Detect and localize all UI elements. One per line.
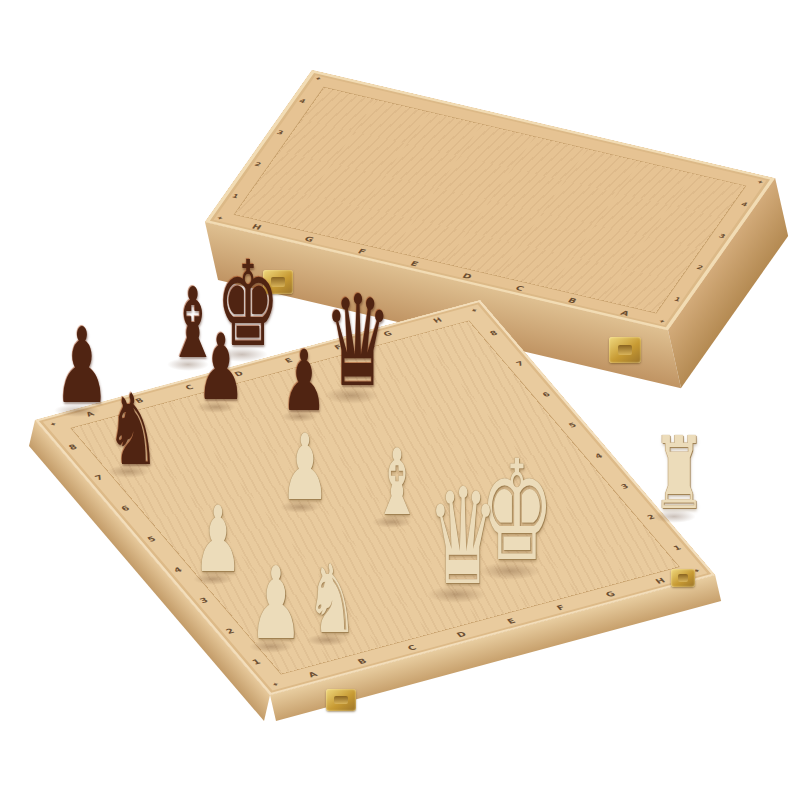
box-corner-ornament-0: ✦ xyxy=(309,74,326,84)
piece-white-bishop-d3[interactable]: ♝ xyxy=(373,437,422,528)
board-corner-ornament-2: ✦ xyxy=(267,679,285,690)
piece-black-pawn-a8[interactable]: ♟ xyxy=(54,314,110,418)
chess-set-scene: HGFEDCBA11223344✦✦✦✦ AA88BB77CC66DD55EE4… xyxy=(0,0,800,800)
latch-icon-board-front-right xyxy=(671,569,695,587)
piece-white-queen-d1[interactable]: ♛ xyxy=(427,471,499,604)
piece-black-queen-e6[interactable]: ♛ xyxy=(324,279,392,405)
piece-white-pawn-c4[interactable]: ♟ xyxy=(281,422,330,513)
box-corner-ornament-1: ✦ xyxy=(751,177,768,187)
piece-white-rook-h1[interactable]: ♜ xyxy=(652,424,706,524)
latch-icon-board-front-left xyxy=(326,689,356,711)
piece-black-pawn-c7[interactable]: ♟ xyxy=(197,322,246,413)
piece-white-knight-b1[interactable]: ♞ xyxy=(306,552,357,647)
latch-icon-box-front-right xyxy=(609,337,641,363)
piece-black-knight-a6[interactable]: ♞ xyxy=(107,381,160,479)
box-corner-ornament-3: ✦ xyxy=(653,316,670,326)
piece-white-pawn-a3[interactable]: ♟ xyxy=(194,494,243,585)
piece-white-pawn-a1[interactable]: ♟ xyxy=(249,554,303,654)
piece-black-pawn-d6[interactable]: ♟ xyxy=(281,339,326,423)
board-corner-ornament-1: ✦ xyxy=(465,305,483,316)
box-corner-ornament-2: ✦ xyxy=(211,213,228,223)
